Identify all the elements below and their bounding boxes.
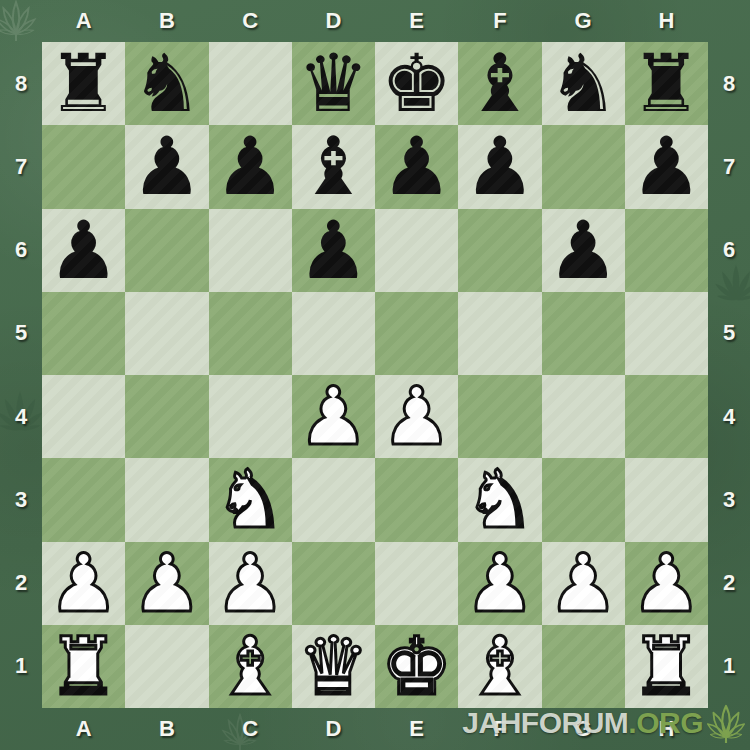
square-c8[interactable] bbox=[209, 42, 292, 125]
rank-label-left-4: 4 bbox=[0, 375, 42, 458]
black-knight-b8[interactable]: ♞ bbox=[131, 42, 203, 125]
file-label-bottom-c: C bbox=[209, 708, 292, 750]
white-queen-d1[interactable]: ♛ bbox=[298, 625, 370, 708]
white-bishop-c1[interactable]: ♝ bbox=[214, 625, 286, 708]
square-f3[interactable]: ♞ bbox=[458, 458, 541, 541]
square-e4[interactable]: ♟ bbox=[375, 375, 458, 458]
rank-label-right-5: 5 bbox=[708, 292, 750, 375]
rank-label-right-6: 6 bbox=[708, 209, 750, 292]
square-d7[interactable]: ♝ bbox=[292, 125, 375, 208]
rank-labels-left: 87654321 bbox=[0, 42, 42, 708]
rank-label-right-3: 3 bbox=[708, 458, 750, 541]
square-h8[interactable]: ♜ bbox=[625, 42, 708, 125]
rank-label-left-7: 7 bbox=[0, 125, 42, 208]
rank-label-right-7: 7 bbox=[708, 125, 750, 208]
square-a6[interactable]: ♟ bbox=[42, 209, 125, 292]
white-pawn-b2[interactable]: ♟ bbox=[131, 542, 203, 625]
square-e1[interactable]: ♚ bbox=[375, 625, 458, 708]
square-c3[interactable]: ♞ bbox=[209, 458, 292, 541]
black-knight-g8[interactable]: ♞ bbox=[547, 42, 619, 125]
square-e5[interactable] bbox=[375, 292, 458, 375]
square-g6[interactable]: ♟ bbox=[542, 209, 625, 292]
square-c4[interactable] bbox=[209, 375, 292, 458]
file-label-bottom-a: A bbox=[42, 708, 125, 750]
file-label-top-f: F bbox=[458, 0, 541, 42]
rank-label-left-6: 6 bbox=[0, 209, 42, 292]
rank-label-right-4: 4 bbox=[708, 375, 750, 458]
white-rook-a1[interactable]: ♜ bbox=[48, 625, 120, 708]
square-f5[interactable] bbox=[458, 292, 541, 375]
square-e3[interactable] bbox=[375, 458, 458, 541]
file-labels-bottom: ABCDEFGH bbox=[42, 708, 708, 750]
square-c7[interactable]: ♟ bbox=[209, 125, 292, 208]
square-b1[interactable] bbox=[125, 625, 208, 708]
square-g3[interactable] bbox=[542, 458, 625, 541]
square-g5[interactable] bbox=[542, 292, 625, 375]
rank-label-left-1: 1 bbox=[0, 625, 42, 708]
cannabis-leaf-icon bbox=[705, 703, 747, 743]
square-h7[interactable]: ♟ bbox=[625, 125, 708, 208]
rank-label-right-8: 8 bbox=[708, 42, 750, 125]
square-b8[interactable]: ♞ bbox=[125, 42, 208, 125]
file-label-top-d: D bbox=[292, 0, 375, 42]
square-g7[interactable] bbox=[542, 125, 625, 208]
black-pawn-b7[interactable]: ♟ bbox=[131, 125, 203, 208]
square-f8[interactable]: ♝ bbox=[458, 42, 541, 125]
white-bishop-f1[interactable]: ♝ bbox=[464, 625, 536, 708]
square-c5[interactable] bbox=[209, 292, 292, 375]
file-label-top-c: C bbox=[209, 0, 292, 42]
black-bishop-d7[interactable]: ♝ bbox=[298, 125, 370, 208]
rank-label-left-5: 5 bbox=[0, 292, 42, 375]
square-a8[interactable]: ♜ bbox=[42, 42, 125, 125]
square-a2[interactable]: ♟ bbox=[42, 542, 125, 625]
white-pawn-h2[interactable]: ♟ bbox=[631, 542, 703, 625]
square-a4[interactable] bbox=[42, 375, 125, 458]
square-a3[interactable] bbox=[42, 458, 125, 541]
black-rook-a8[interactable]: ♜ bbox=[48, 42, 120, 125]
square-d5[interactable] bbox=[292, 292, 375, 375]
square-h1[interactable]: ♜ bbox=[625, 625, 708, 708]
square-e7[interactable]: ♟ bbox=[375, 125, 458, 208]
square-b5[interactable] bbox=[125, 292, 208, 375]
square-c6[interactable] bbox=[209, 209, 292, 292]
square-e6[interactable] bbox=[375, 209, 458, 292]
black-pawn-e7[interactable]: ♟ bbox=[381, 125, 453, 208]
white-pawn-f2[interactable]: ♟ bbox=[464, 542, 536, 625]
rank-labels-right: 87654321 bbox=[708, 42, 750, 708]
square-h5[interactable] bbox=[625, 292, 708, 375]
black-queen-d8[interactable]: ♛ bbox=[298, 42, 370, 125]
white-knight-c3[interactable]: ♞ bbox=[214, 458, 286, 541]
square-g8[interactable]: ♞ bbox=[542, 42, 625, 125]
square-d1[interactable]: ♛ bbox=[292, 625, 375, 708]
square-b7[interactable]: ♟ bbox=[125, 125, 208, 208]
square-d6[interactable]: ♟ bbox=[292, 209, 375, 292]
white-pawn-c2[interactable]: ♟ bbox=[214, 542, 286, 625]
square-h4[interactable] bbox=[625, 375, 708, 458]
white-pawn-e4[interactable]: ♟ bbox=[381, 375, 453, 458]
white-pawn-d4[interactable]: ♟ bbox=[298, 375, 370, 458]
file-label-bottom-d: D bbox=[292, 708, 375, 750]
square-g2[interactable]: ♟ bbox=[542, 542, 625, 625]
square-f6[interactable] bbox=[458, 209, 541, 292]
file-label-top-b: B bbox=[125, 0, 208, 42]
square-d2[interactable] bbox=[292, 542, 375, 625]
file-label-top-e: E bbox=[375, 0, 458, 42]
square-a7[interactable] bbox=[42, 125, 125, 208]
square-d8[interactable]: ♛ bbox=[292, 42, 375, 125]
square-b4[interactable] bbox=[125, 375, 208, 458]
square-f1[interactable]: ♝ bbox=[458, 625, 541, 708]
square-d3[interactable] bbox=[292, 458, 375, 541]
square-b2[interactable]: ♟ bbox=[125, 542, 208, 625]
black-pawn-h7[interactable]: ♟ bbox=[631, 125, 703, 208]
black-king-e8[interactable]: ♚ bbox=[381, 42, 453, 125]
square-d4[interactable]: ♟ bbox=[292, 375, 375, 458]
rank-label-right-2: 2 bbox=[708, 542, 750, 625]
black-pawn-g6[interactable]: ♟ bbox=[547, 209, 619, 292]
chess-board: ♜♞♛♚♝♞♜♟♟♝♟♟♟♟♟♟♟♟♞♞♟♟♟♟♟♟♜♝♛♚♝♜ bbox=[42, 42, 708, 708]
file-label-bottom-g: G bbox=[542, 708, 625, 750]
square-f4[interactable] bbox=[458, 375, 541, 458]
file-label-top-h: H bbox=[625, 0, 708, 42]
black-pawn-f7[interactable]: ♟ bbox=[464, 125, 536, 208]
black-pawn-a6[interactable]: ♟ bbox=[48, 209, 120, 292]
white-king-e1[interactable]: ♚ bbox=[381, 625, 453, 708]
square-c2[interactable]: ♟ bbox=[209, 542, 292, 625]
white-rook-h1[interactable]: ♜ bbox=[631, 625, 703, 708]
black-pawn-d6[interactable]: ♟ bbox=[298, 209, 370, 292]
file-label-bottom-f: F bbox=[458, 708, 541, 750]
file-labels-top: ABCDEFGH bbox=[42, 0, 708, 42]
black-bishop-f8[interactable]: ♝ bbox=[464, 42, 536, 125]
file-label-top-a: A bbox=[42, 0, 125, 42]
file-label-top-g: G bbox=[542, 0, 625, 42]
square-h6[interactable] bbox=[625, 209, 708, 292]
white-knight-f3[interactable]: ♞ bbox=[464, 458, 536, 541]
square-c1[interactable]: ♝ bbox=[209, 625, 292, 708]
square-a1[interactable]: ♜ bbox=[42, 625, 125, 708]
square-h2[interactable]: ♟ bbox=[625, 542, 708, 625]
rank-label-left-2: 2 bbox=[0, 542, 42, 625]
file-label-bottom-b: B bbox=[125, 708, 208, 750]
square-b6[interactable] bbox=[125, 209, 208, 292]
chessboard-frame: ABCDEFGH ABCDEFGH 87654321 87654321 ♜♞♛♚… bbox=[0, 0, 750, 750]
square-b3[interactable] bbox=[125, 458, 208, 541]
square-f7[interactable]: ♟ bbox=[458, 125, 541, 208]
square-g4[interactable] bbox=[542, 375, 625, 458]
black-rook-h8[interactable]: ♜ bbox=[631, 42, 703, 125]
square-e8[interactable]: ♚ bbox=[375, 42, 458, 125]
rank-label-left-8: 8 bbox=[0, 42, 42, 125]
file-label-bottom-e: E bbox=[375, 708, 458, 750]
file-label-bottom-h: H bbox=[625, 708, 708, 750]
square-f2[interactable]: ♟ bbox=[458, 542, 541, 625]
black-pawn-c7[interactable]: ♟ bbox=[214, 125, 286, 208]
square-g1[interactable] bbox=[542, 625, 625, 708]
rank-label-left-3: 3 bbox=[0, 458, 42, 541]
square-a5[interactable] bbox=[42, 292, 125, 375]
white-pawn-a2[interactable]: ♟ bbox=[48, 542, 120, 625]
white-pawn-g2[interactable]: ♟ bbox=[547, 542, 619, 625]
square-h3[interactable] bbox=[625, 458, 708, 541]
rank-label-right-1: 1 bbox=[708, 625, 750, 708]
square-e2[interactable] bbox=[375, 542, 458, 625]
